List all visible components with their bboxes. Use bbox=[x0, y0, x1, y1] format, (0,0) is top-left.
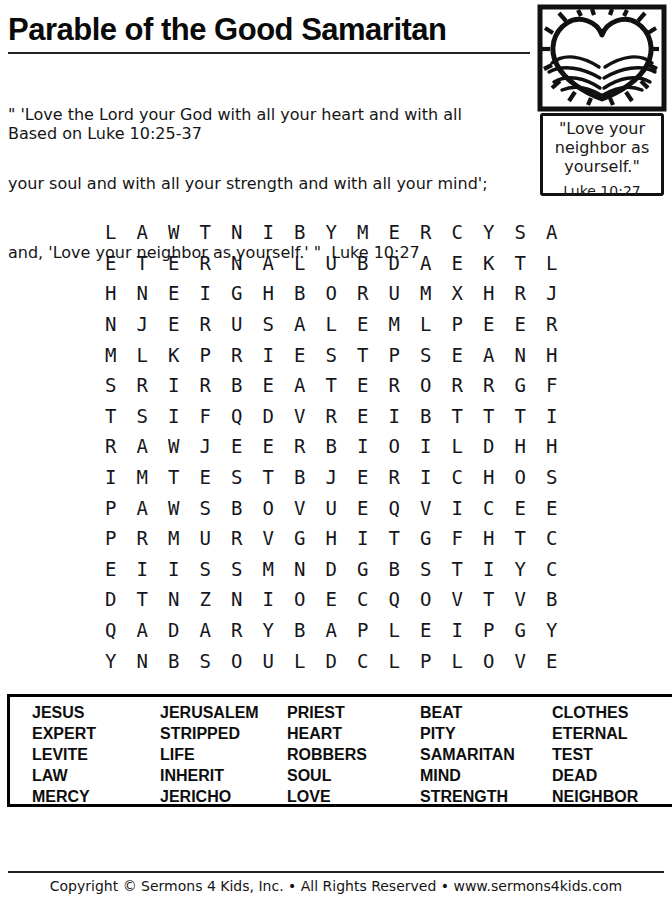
grid-cell-r1c1[interactable]: L bbox=[95, 217, 127, 248]
grid-cell-r10c6[interactable]: O bbox=[253, 492, 285, 523]
word-bank-column-3: PRIESTHEARTROBBERSSOULLOVE bbox=[287, 702, 420, 807]
grid-cell-r6c2[interactable]: R bbox=[127, 370, 159, 401]
grid-cell-r7c2[interactable]: S bbox=[127, 401, 159, 432]
grid-cell-r12c8[interactable]: D bbox=[316, 554, 348, 585]
grid-cell-r3c7[interactable]: B bbox=[284, 278, 316, 309]
grid-cell-r9c8[interactable]: J bbox=[316, 462, 348, 493]
grid-cell-r15c13[interactable]: O bbox=[473, 645, 505, 676]
grid-cell-r15c15[interactable]: E bbox=[536, 645, 568, 676]
word-bank-word: DEAD bbox=[552, 765, 672, 786]
based-on-text: Based on Luke 10:25-37 bbox=[8, 124, 202, 143]
grid-cell-r3c6[interactable]: H bbox=[253, 278, 285, 309]
grid-cell-r14c14[interactable]: G bbox=[505, 615, 537, 646]
grid-cell-r11c7[interactable]: G bbox=[284, 523, 316, 554]
grid-cell-r13c13[interactable]: T bbox=[473, 584, 505, 615]
word-bank-word: JESUS bbox=[32, 702, 160, 723]
verse-caption-line1: "Love your bbox=[543, 119, 661, 138]
grid-cell-r6c14[interactable]: G bbox=[505, 370, 537, 401]
word-bank-word: JERUSALEM bbox=[160, 702, 287, 723]
grid-cell-r7c1[interactable]: T bbox=[95, 401, 127, 432]
verse-caption-box: "Love your neighbor as yourself." Luke 1… bbox=[540, 113, 664, 196]
grid-cell-r6c11[interactable]: O bbox=[410, 370, 442, 401]
grid-cell-r5c3[interactable]: K bbox=[158, 339, 190, 370]
grid-cell-r14c2[interactable]: A bbox=[127, 615, 159, 646]
grid-cell-r10c10[interactable]: Q bbox=[379, 492, 411, 523]
grid-cell-r7c10[interactable]: I bbox=[379, 401, 411, 432]
grid-cell-r2c10[interactable]: D bbox=[379, 248, 411, 279]
grid-cell-r1c4[interactable]: T bbox=[190, 217, 222, 248]
grid-cell-r7c8[interactable]: R bbox=[316, 401, 348, 432]
grid-cell-r10c1[interactable]: P bbox=[95, 492, 127, 523]
grid-cell-r10c15[interactable]: E bbox=[536, 492, 568, 523]
grid-cell-r8c7[interactable]: R bbox=[284, 431, 316, 462]
grid-cell-r9c6[interactable]: T bbox=[253, 462, 285, 493]
grid-cell-r13c7[interactable]: O bbox=[284, 584, 316, 615]
grid-cell-r14c1[interactable]: Q bbox=[95, 615, 127, 646]
grid-cell-r9c2[interactable]: M bbox=[127, 462, 159, 493]
grid-cell-r14c6[interactable]: Y bbox=[253, 615, 285, 646]
word-bank-word: STRENGTH bbox=[420, 786, 552, 807]
grid-cell-r5c7[interactable]: E bbox=[284, 339, 316, 370]
grid-cell-r15c2[interactable]: N bbox=[127, 645, 159, 676]
grid-cell-r3c1[interactable]: H bbox=[95, 278, 127, 309]
word-search-grid: LAWTNIBYMERCYSAETERNALUBDAEKTLHNEIGHBORU… bbox=[95, 217, 568, 676]
word-bank-column-5: CLOTHESETERNALTESTDEADNEIGHBOR bbox=[552, 702, 672, 807]
grid-cell-r9c4[interactable]: E bbox=[190, 462, 222, 493]
grid-cell-r2c2[interactable]: T bbox=[127, 248, 159, 279]
word-bank-word: MERCY bbox=[32, 786, 160, 807]
grid-cell-r13c5[interactable]: N bbox=[221, 584, 253, 615]
grid-cell-r6c7[interactable]: A bbox=[284, 370, 316, 401]
grid-cell-r5c5[interactable]: R bbox=[221, 339, 253, 370]
grid-cell-r13c2[interactable]: T bbox=[127, 584, 159, 615]
worksheet-page: Parable of the Good Samaritan " 'Love th… bbox=[0, 0, 672, 907]
grid-cell-r1c10[interactable]: E bbox=[379, 217, 411, 248]
footer-divider bbox=[8, 871, 664, 873]
grid-cell-r2c15[interactable]: L bbox=[536, 248, 568, 279]
grid-cell-r2c5[interactable]: N bbox=[221, 248, 253, 279]
grid-cell-r2c6[interactable]: A bbox=[253, 248, 285, 279]
grid-cell-r9c14[interactable]: O bbox=[505, 462, 537, 493]
grid-cell-r12c1[interactable]: E bbox=[95, 554, 127, 585]
grid-cell-r10c11[interactable]: V bbox=[410, 492, 442, 523]
grid-cell-r3c14[interactable]: R bbox=[505, 278, 537, 309]
grid-cell-r13c12[interactable]: V bbox=[442, 584, 474, 615]
grid-cell-r13c11[interactable]: O bbox=[410, 584, 442, 615]
grid-cell-r8c8[interactable]: B bbox=[316, 431, 348, 462]
grid-cell-r15c14[interactable]: V bbox=[505, 645, 537, 676]
grid-cell-r9c9[interactable]: E bbox=[347, 462, 379, 493]
grid-cell-r15c4[interactable]: S bbox=[190, 645, 222, 676]
grid-cell-r15c12[interactable]: L bbox=[442, 645, 474, 676]
grid-cell-r4c10[interactable]: M bbox=[379, 309, 411, 340]
grid-cell-r5c6[interactable]: I bbox=[253, 339, 285, 370]
grid-cell-r4c9[interactable]: E bbox=[347, 309, 379, 340]
grid-cell-r4c7[interactable]: A bbox=[284, 309, 316, 340]
grid-cell-r4c15[interactable]: R bbox=[536, 309, 568, 340]
grid-cell-r12c10[interactable]: B bbox=[379, 554, 411, 585]
word-bank: JESUSEXPERTLEVITELAWMERCYJERUSALEMSTRIPP… bbox=[7, 694, 672, 807]
grid-cell-r10c14[interactable]: E bbox=[505, 492, 537, 523]
grid-cell-r5c2[interactable]: L bbox=[127, 339, 159, 370]
word-bank-word: LIFE bbox=[160, 744, 287, 765]
grid-cell-r4c2[interactable]: J bbox=[127, 309, 159, 340]
word-bank-word: SAMARITAN bbox=[420, 744, 552, 765]
grid-cell-r5c10[interactable]: P bbox=[379, 339, 411, 370]
grid-cell-r14c8[interactable]: A bbox=[316, 615, 348, 646]
grid-cell-r7c15[interactable]: I bbox=[536, 401, 568, 432]
grid-cell-r12c14[interactable]: Y bbox=[505, 554, 537, 585]
grid-cell-r5c12[interactable]: E bbox=[442, 339, 474, 370]
word-bank-word: STRIPPED bbox=[160, 723, 287, 744]
grid-cell-r8c13[interactable]: D bbox=[473, 431, 505, 462]
grid-cell-r5c15[interactable]: H bbox=[536, 339, 568, 370]
grid-cell-r4c13[interactable]: E bbox=[473, 309, 505, 340]
grid-cell-r6c15[interactable]: F bbox=[536, 370, 568, 401]
grid-cell-r3c12[interactable]: X bbox=[442, 278, 474, 309]
grid-cell-r14c15[interactable]: Y bbox=[536, 615, 568, 646]
grid-cell-r13c10[interactable]: Q bbox=[379, 584, 411, 615]
grid-cell-r8c3[interactable]: W bbox=[158, 431, 190, 462]
grid-cell-r11c11[interactable]: G bbox=[410, 523, 442, 554]
grid-cell-r5c4[interactable]: P bbox=[190, 339, 222, 370]
grid-cell-r13c8[interactable]: E bbox=[316, 584, 348, 615]
word-bank-word: INHERIT bbox=[160, 765, 287, 786]
grid-cell-r1c2[interactable]: A bbox=[127, 217, 159, 248]
grid-cell-r10c4[interactable]: S bbox=[190, 492, 222, 523]
word-bank-word: SOUL bbox=[287, 765, 420, 786]
grid-cell-r2c11[interactable]: A bbox=[410, 248, 442, 279]
grid-cell-r15c7[interactable]: L bbox=[284, 645, 316, 676]
word-bank-column-1: JESUSEXPERTLEVITELAWMERCY bbox=[32, 702, 160, 807]
grid-cell-r8c12[interactable]: L bbox=[442, 431, 474, 462]
grid-cell-r15c10[interactable]: L bbox=[379, 645, 411, 676]
grid-cell-r1c6[interactable]: I bbox=[253, 217, 285, 248]
grid-cell-r4c8[interactable]: L bbox=[316, 309, 348, 340]
verse-reference: Luke 10:27 bbox=[543, 182, 661, 201]
grid-cell-r8c1[interactable]: R bbox=[95, 431, 127, 462]
grid-cell-r7c6[interactable]: D bbox=[253, 401, 285, 432]
grid-cell-r12c13[interactable]: I bbox=[473, 554, 505, 585]
grid-cell-r8c11[interactable]: I bbox=[410, 431, 442, 462]
grid-cell-r11c2[interactable]: R bbox=[127, 523, 159, 554]
grid-cell-r12c9[interactable]: G bbox=[347, 554, 379, 585]
word-bank-word: CLOTHES bbox=[552, 702, 672, 723]
grid-cell-r10c5[interactable]: B bbox=[221, 492, 253, 523]
grid-cell-r4c3[interactable]: E bbox=[158, 309, 190, 340]
grid-cell-r3c13[interactable]: H bbox=[473, 278, 505, 309]
grid-cell-r6c10[interactable]: R bbox=[379, 370, 411, 401]
grid-cell-r8c15[interactable]: H bbox=[536, 431, 568, 462]
grid-cell-r1c13[interactable]: Y bbox=[473, 217, 505, 248]
grid-cell-r4c12[interactable]: P bbox=[442, 309, 474, 340]
grid-cell-r5c14[interactable]: N bbox=[505, 339, 537, 370]
grid-cell-r1c14[interactable]: S bbox=[505, 217, 537, 248]
grid-cell-r11c1[interactable]: P bbox=[95, 523, 127, 554]
word-bank-word: PITY bbox=[420, 723, 552, 744]
grid-cell-r2c13[interactable]: K bbox=[473, 248, 505, 279]
grid-cell-r14c5[interactable]: R bbox=[221, 615, 253, 646]
word-bank-word: MIND bbox=[420, 765, 552, 786]
grid-cell-r8c6[interactable]: E bbox=[253, 431, 285, 462]
grid-cell-r9c7[interactable]: B bbox=[284, 462, 316, 493]
grid-cell-r2c7[interactable]: L bbox=[284, 248, 316, 279]
grid-cell-r2c9[interactable]: B bbox=[347, 248, 379, 279]
verse-caption-line3: yourself." bbox=[543, 157, 661, 176]
grid-cell-r12c6[interactable]: M bbox=[253, 554, 285, 585]
grid-cell-r2c12[interactable]: E bbox=[442, 248, 474, 279]
grid-cell-r4c6[interactable]: S bbox=[253, 309, 285, 340]
grid-cell-r11c6[interactable]: V bbox=[253, 523, 285, 554]
grid-cell-r8c10[interactable]: O bbox=[379, 431, 411, 462]
grid-cell-r12c5[interactable]: S bbox=[221, 554, 253, 585]
grid-cell-r7c13[interactable]: T bbox=[473, 401, 505, 432]
grid-cell-r7c7[interactable]: V bbox=[284, 401, 316, 432]
grid-cell-r14c4[interactable]: A bbox=[190, 615, 222, 646]
word-bank-word: ROBBERS bbox=[287, 744, 420, 765]
word-bank-word: EXPERT bbox=[32, 723, 160, 744]
word-bank-word: BEAT bbox=[420, 702, 552, 723]
grid-cell-r7c14[interactable]: T bbox=[505, 401, 537, 432]
grid-cell-r7c9[interactable]: E bbox=[347, 401, 379, 432]
heart-in-hands-icon bbox=[536, 3, 668, 113]
grid-cell-r11c4[interactable]: U bbox=[190, 523, 222, 554]
grid-cell-r8c9[interactable]: I bbox=[347, 431, 379, 462]
grid-cell-r4c14[interactable]: E bbox=[505, 309, 537, 340]
grid-cell-r1c9[interactable]: M bbox=[347, 217, 379, 248]
grid-cell-r12c11[interactable]: S bbox=[410, 554, 442, 585]
grid-cell-r12c7[interactable]: N bbox=[284, 554, 316, 585]
grid-cell-r9c11[interactable]: I bbox=[410, 462, 442, 493]
grid-cell-r11c12[interactable]: F bbox=[442, 523, 474, 554]
word-bank-word: PRIEST bbox=[287, 702, 420, 723]
grid-cell-r7c5[interactable]: Q bbox=[221, 401, 253, 432]
grid-cell-r5c11[interactable]: S bbox=[410, 339, 442, 370]
grid-cell-r11c13[interactable]: H bbox=[473, 523, 505, 554]
grid-cell-r13c6[interactable]: I bbox=[253, 584, 285, 615]
grid-cell-r8c14[interactable]: H bbox=[505, 431, 537, 462]
grid-cell-r9c15[interactable]: S bbox=[536, 462, 568, 493]
grid-cell-r11c15[interactable]: C bbox=[536, 523, 568, 554]
grid-cell-r2c3[interactable]: E bbox=[158, 248, 190, 279]
grid-cell-r6c4[interactable]: R bbox=[190, 370, 222, 401]
grid-cell-r5c1[interactable]: M bbox=[95, 339, 127, 370]
grid-cell-r7c11[interactable]: B bbox=[410, 401, 442, 432]
grid-cell-r9c3[interactable]: T bbox=[158, 462, 190, 493]
grid-cell-r3c10[interactable]: U bbox=[379, 278, 411, 309]
page-title: Parable of the Good Samaritan bbox=[8, 12, 538, 48]
grid-cell-r1c15[interactable]: A bbox=[536, 217, 568, 248]
grid-cell-r3c9[interactable]: R bbox=[347, 278, 379, 309]
grid-cell-r3c11[interactable]: M bbox=[410, 278, 442, 309]
grid-cell-r9c5[interactable]: S bbox=[221, 462, 253, 493]
word-bank-word: LEVITE bbox=[32, 744, 160, 765]
grid-cell-r10c8[interactable]: U bbox=[316, 492, 348, 523]
grid-cell-r11c3[interactable]: M bbox=[158, 523, 190, 554]
grid-cell-r7c4[interactable]: F bbox=[190, 401, 222, 432]
grid-cell-r15c6[interactable]: U bbox=[253, 645, 285, 676]
grid-cell-r13c9[interactable]: C bbox=[347, 584, 379, 615]
grid-cell-r3c8[interactable]: O bbox=[316, 278, 348, 309]
word-bank-word: JERICHO bbox=[160, 786, 287, 807]
grid-cell-r1c3[interactable]: W bbox=[158, 217, 190, 248]
grid-cell-r3c15[interactable]: J bbox=[536, 278, 568, 309]
grid-cell-r10c9[interactable]: E bbox=[347, 492, 379, 523]
word-bank-word: ETERNAL bbox=[552, 723, 672, 744]
grid-cell-r1c5[interactable]: N bbox=[221, 217, 253, 248]
grid-cell-r14c3[interactable]: D bbox=[158, 615, 190, 646]
grid-cell-r11c10[interactable]: T bbox=[379, 523, 411, 554]
word-bank-column-4: BEATPITYSAMARITANMINDSTRENGTH bbox=[420, 702, 552, 807]
grid-cell-r1c7[interactable]: B bbox=[284, 217, 316, 248]
title-divider bbox=[8, 52, 530, 54]
grid-cell-r14c7[interactable]: B bbox=[284, 615, 316, 646]
grid-cell-r12c15[interactable]: C bbox=[536, 554, 568, 585]
grid-cell-r8c2[interactable]: A bbox=[127, 431, 159, 462]
word-bank-word: NEIGHBOR bbox=[552, 786, 672, 807]
grid-cell-r4c4[interactable]: R bbox=[190, 309, 222, 340]
grid-cell-r6c5[interactable]: B bbox=[221, 370, 253, 401]
grid-cell-r14c9[interactable]: P bbox=[347, 615, 379, 646]
grid-cell-r6c1[interactable]: S bbox=[95, 370, 127, 401]
grid-cell-r12c2[interactable]: I bbox=[127, 554, 159, 585]
grid-cell-r10c2[interactable]: A bbox=[127, 492, 159, 523]
grid-cell-r10c7[interactable]: V bbox=[284, 492, 316, 523]
grid-cell-r14c13[interactable]: P bbox=[473, 615, 505, 646]
grid-cell-r3c2[interactable]: N bbox=[127, 278, 159, 309]
grid-cell-r6c9[interactable]: E bbox=[347, 370, 379, 401]
grid-cell-r12c3[interactable]: I bbox=[158, 554, 190, 585]
grid-cell-r11c14[interactable]: T bbox=[505, 523, 537, 554]
grid-cell-r15c9[interactable]: C bbox=[347, 645, 379, 676]
grid-cell-r15c5[interactable]: O bbox=[221, 645, 253, 676]
word-bank-word: TEST bbox=[552, 744, 672, 765]
verse-caption-line2: neighbor as bbox=[543, 138, 661, 157]
grid-cell-r14c12[interactable]: I bbox=[442, 615, 474, 646]
grid-cell-r2c4[interactable]: R bbox=[190, 248, 222, 279]
grid-cell-r6c6[interactable]: E bbox=[253, 370, 285, 401]
grid-cell-r13c15[interactable]: B bbox=[536, 584, 568, 615]
grid-cell-r4c1[interactable]: N bbox=[95, 309, 127, 340]
grid-cell-r11c9[interactable]: I bbox=[347, 523, 379, 554]
grid-cell-r2c14[interactable]: T bbox=[505, 248, 537, 279]
grid-cell-r3c3[interactable]: E bbox=[158, 278, 190, 309]
word-bank-word: HEART bbox=[287, 723, 420, 744]
grid-cell-r14c10[interactable]: L bbox=[379, 615, 411, 646]
grid-cell-r1c11[interactable]: R bbox=[410, 217, 442, 248]
grid-cell-r6c8[interactable]: T bbox=[316, 370, 348, 401]
grid-cell-r5c9[interactable]: T bbox=[347, 339, 379, 370]
grid-cell-r15c11[interactable]: P bbox=[410, 645, 442, 676]
grid-cell-r8c5[interactable]: E bbox=[221, 431, 253, 462]
grid-cell-r12c12[interactable]: T bbox=[442, 554, 474, 585]
grid-cell-r11c5[interactable]: R bbox=[221, 523, 253, 554]
grid-cell-r7c3[interactable]: I bbox=[158, 401, 190, 432]
grid-cell-r10c13[interactable]: C bbox=[473, 492, 505, 523]
grid-cell-r10c3[interactable]: W bbox=[158, 492, 190, 523]
grid-cell-r9c10[interactable]: R bbox=[379, 462, 411, 493]
grid-cell-r15c3[interactable]: B bbox=[158, 645, 190, 676]
grid-cell-r6c13[interactable]: R bbox=[473, 370, 505, 401]
grid-cell-r13c3[interactable]: N bbox=[158, 584, 190, 615]
word-bank-word: LOVE bbox=[287, 786, 420, 807]
grid-cell-r2c1[interactable]: E bbox=[95, 248, 127, 279]
grid-cell-r4c5[interactable]: U bbox=[221, 309, 253, 340]
grid-cell-r9c13[interactable]: H bbox=[473, 462, 505, 493]
grid-cell-r3c5[interactable]: G bbox=[221, 278, 253, 309]
grid-cell-r13c4[interactable]: Z bbox=[190, 584, 222, 615]
grid-cell-r13c14[interactable]: V bbox=[505, 584, 537, 615]
grid-cell-r6c12[interactable]: R bbox=[442, 370, 474, 401]
grid-cell-r15c1[interactable]: Y bbox=[95, 645, 127, 676]
scripture-quote-line2: your soul and with all your strength and… bbox=[8, 172, 488, 195]
grid-cell-r15c8[interactable]: D bbox=[316, 645, 348, 676]
scripture-quote-line1: " 'Love the Lord your God with all your … bbox=[8, 103, 488, 126]
grid-cell-r8c4[interactable]: J bbox=[190, 431, 222, 462]
grid-cell-r6c3[interactable]: I bbox=[158, 370, 190, 401]
grid-cell-r1c12[interactable]: C bbox=[442, 217, 474, 248]
grid-cell-r4c11[interactable]: L bbox=[410, 309, 442, 340]
grid-cell-r2c8[interactable]: U bbox=[316, 248, 348, 279]
grid-cell-r5c13[interactable]: A bbox=[473, 339, 505, 370]
footer-copyright: Copyright © Sermons 4 Kids, Inc. • All R… bbox=[0, 878, 672, 894]
grid-cell-r9c12[interactable]: C bbox=[442, 462, 474, 493]
grid-cell-r10c12[interactable]: I bbox=[442, 492, 474, 523]
word-bank-column-2: JERUSALEMSTRIPPEDLIFEINHERITJERICHO bbox=[160, 702, 287, 807]
grid-cell-r7c12[interactable]: T bbox=[442, 401, 474, 432]
grid-cell-r11c8[interactable]: H bbox=[316, 523, 348, 554]
grid-cell-r5c8[interactable]: S bbox=[316, 339, 348, 370]
grid-cell-r9c1[interactable]: I bbox=[95, 462, 127, 493]
grid-cell-r14c11[interactable]: E bbox=[410, 615, 442, 646]
word-bank-word: LAW bbox=[32, 765, 160, 786]
grid-cell-r1c8[interactable]: Y bbox=[316, 217, 348, 248]
grid-cell-r3c4[interactable]: I bbox=[190, 278, 222, 309]
grid-cell-r13c1[interactable]: D bbox=[95, 584, 127, 615]
grid-cell-r12c4[interactable]: S bbox=[190, 554, 222, 585]
